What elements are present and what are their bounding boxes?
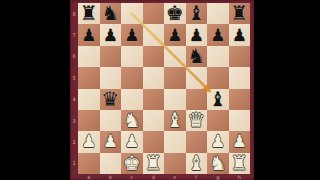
square-e6[interactable] [164,46,186,67]
rank-label-1: 1 [70,153,78,174]
black-bishop-piece[interactable]: ♝ [209,89,227,110]
square-d7[interactable] [143,24,165,45]
white-rook-piece[interactable]: ♜ [144,153,162,174]
square-g5[interactable] [207,67,229,88]
video-letterbox-stage: 87654321 abcdefgh ♜♞♚♝♜♟♟♟♟♟♟♟♞♛♝♞♝♛♟♟♟♟… [0,0,320,180]
file-label-e: e [164,174,186,180]
square-e2[interactable] [164,131,186,152]
rank-label-3: 3 [70,110,78,131]
square-f8[interactable]: ♝ [186,3,208,24]
black-rook-piece[interactable]: ♜ [230,3,248,24]
square-a3[interactable] [78,110,100,131]
square-d2[interactable] [143,131,165,152]
square-h7[interactable]: ♟ [229,24,251,45]
square-d3[interactable] [143,110,165,131]
square-f2[interactable] [186,131,208,152]
black-pawn-piece[interactable]: ♟ [81,25,96,46]
square-f1[interactable]: ♝ [186,153,208,174]
square-c7[interactable]: ♟ [121,24,143,45]
square-d5[interactable] [143,67,165,88]
square-a8[interactable]: ♜ [78,3,100,24]
white-knight-piece[interactable]: ♞ [123,110,141,131]
square-c1[interactable]: ♚ [121,153,143,174]
square-a4[interactable] [78,89,100,110]
rank-label-7: 7 [70,24,78,45]
white-bishop-piece[interactable]: ♝ [187,153,205,174]
square-e4[interactable] [164,89,186,110]
square-a5[interactable] [78,67,100,88]
square-g4[interactable]: ♝ [207,89,229,110]
square-d8[interactable] [143,3,165,24]
black-queen-piece[interactable]: ♛ [101,89,119,110]
black-knight-piece[interactable]: ♞ [101,3,119,24]
black-king-piece[interactable]: ♚ [166,3,184,24]
square-c5[interactable] [121,67,143,88]
square-g7[interactable]: ♟ [207,24,229,45]
file-label-b: b [100,174,122,180]
square-f5[interactable] [186,67,208,88]
square-e7[interactable]: ♟ [164,24,186,45]
rank-label-8: 8 [70,3,78,24]
black-pawn-piece[interactable]: ♟ [189,25,204,46]
square-c6[interactable] [121,46,143,67]
white-knight-piece[interactable]: ♞ [209,153,227,174]
file-label-f: f [186,174,208,180]
black-rook-piece[interactable]: ♜ [80,3,98,24]
black-pawn-piece[interactable]: ♟ [124,25,139,46]
rank-label-4: 4 [70,89,78,110]
white-bishop-piece[interactable]: ♝ [166,110,184,131]
square-c8[interactable] [121,3,143,24]
square-g1[interactable]: ♞ [207,153,229,174]
file-label-d: d [143,174,165,180]
square-h1[interactable]: ♜ [229,153,251,174]
square-b8[interactable]: ♞ [100,3,122,24]
square-g2[interactable]: ♟ [207,131,229,152]
square-b6[interactable] [100,46,122,67]
square-d6[interactable] [143,46,165,67]
square-f6[interactable]: ♞ [186,46,208,67]
rank-label-5: 5 [70,67,78,88]
square-e1[interactable] [164,153,186,174]
square-b7[interactable]: ♟ [100,24,122,45]
square-g3[interactable] [207,110,229,131]
square-b2[interactable]: ♟ [100,131,122,152]
file-label-h: h [229,174,251,180]
black-bishop-piece[interactable]: ♝ [187,3,205,24]
white-pawn-piece[interactable]: ♟ [210,131,225,152]
square-a1[interactable] [78,153,100,174]
black-pawn-piece[interactable]: ♟ [167,25,182,46]
white-king-piece[interactable]: ♚ [123,153,141,174]
rank-label-6: 6 [70,46,78,67]
square-b3[interactable] [100,110,122,131]
file-label-a: a [78,174,100,180]
black-pawn-piece[interactable]: ♟ [232,25,247,46]
square-c4[interactable] [121,89,143,110]
square-b1[interactable] [100,153,122,174]
square-e5[interactable] [164,67,186,88]
rank-label-2: 2 [70,131,78,152]
square-f4[interactable] [186,89,208,110]
square-c3[interactable]: ♞ [121,110,143,131]
square-h3[interactable] [229,110,251,131]
white-rook-piece[interactable]: ♜ [230,153,248,174]
square-b5[interactable] [100,67,122,88]
square-g8[interactable] [207,3,229,24]
square-a7[interactable]: ♟ [78,24,100,45]
square-h2[interactable]: ♟ [229,131,251,152]
square-d4[interactable] [143,89,165,110]
square-f7[interactable]: ♟ [186,24,208,45]
white-pawn-piece[interactable]: ♟ [124,131,139,152]
white-pawn-piece[interactable]: ♟ [81,131,96,152]
square-d1[interactable]: ♜ [143,153,165,174]
square-e8[interactable]: ♚ [164,3,186,24]
white-pawn-piece[interactable]: ♟ [103,131,118,152]
square-f3[interactable]: ♛ [186,110,208,131]
square-h5[interactable] [229,67,251,88]
black-pawn-piece[interactable]: ♟ [210,25,225,46]
square-h4[interactable] [229,89,251,110]
square-h8[interactable]: ♜ [229,3,251,24]
square-h6[interactable] [229,46,251,67]
white-queen-piece[interactable]: ♛ [187,110,205,131]
white-pawn-piece[interactable]: ♟ [232,131,247,152]
square-c2[interactable]: ♟ [121,131,143,152]
square-e3[interactable]: ♝ [164,110,186,131]
square-b4[interactable]: ♛ [100,89,122,110]
square-a6[interactable] [78,46,100,67]
file-label-g: g [207,174,229,180]
black-pawn-piece[interactable]: ♟ [103,25,118,46]
file-label-c: c [121,174,143,180]
chess-board: ♜♞♚♝♜♟♟♟♟♟♟♟♞♛♝♞♝♛♟♟♟♟♟♚♜♝♞♜ [78,3,250,174]
black-knight-piece[interactable]: ♞ [187,46,205,67]
square-a2[interactable]: ♟ [78,131,100,152]
square-g6[interactable] [207,46,229,67]
